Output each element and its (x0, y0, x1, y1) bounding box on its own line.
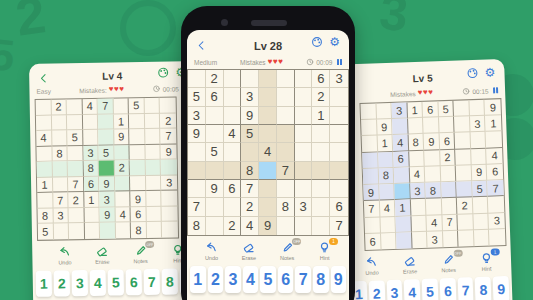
numpad-7[interactable]: 7 (457, 277, 474, 300)
cell-r2c7[interactable] (295, 88, 313, 106)
cell-r2c3[interactable] (67, 115, 83, 131)
cell-r8c8[interactable] (312, 198, 330, 216)
cell-r8c3[interactable] (396, 216, 412, 233)
cell-r3c7[interactable] (455, 133, 471, 150)
cell-r3c1[interactable]: 3 (188, 107, 206, 125)
cell-r8c9[interactable]: 6 (330, 198, 348, 216)
cell-r8c3[interactable] (69, 208, 85, 224)
cell-r8c9[interactable]: 3 (489, 213, 505, 230)
cell-r8c4[interactable] (84, 208, 100, 224)
cell-r4c5[interactable] (259, 125, 277, 143)
cell-r1c7[interactable] (454, 100, 470, 117)
numpad-6[interactable]: 6 (278, 266, 294, 293)
erase-button[interactable]: Erase (95, 245, 110, 265)
cell-r2c2[interactable] (51, 115, 67, 131)
cell-r6c1[interactable]: 1 (37, 177, 53, 193)
cell-r1c4[interactable]: 1 (407, 102, 423, 119)
cell-r5c8[interactable]: 9 (472, 165, 488, 182)
cell-r4c9[interactable] (330, 125, 348, 143)
phone-frame: Lv 28 ⚙ Medium Mistakes ♥♥♥ 00:09 (181, 6, 355, 300)
numpad-5[interactable]: 5 (422, 278, 439, 300)
speaker-slot (251, 20, 287, 26)
cell-r6c6[interactable] (115, 176, 131, 192)
undo-button[interactable]: Undo (205, 241, 218, 261)
cell-r8c5[interactable]: 4 (427, 215, 443, 232)
theme-palette-icon[interactable] (311, 36, 323, 48)
hint-label: Hint (320, 255, 330, 261)
cell-r3c3[interactable] (224, 107, 242, 125)
numpad-8[interactable]: 8 (162, 268, 178, 294)
cell-r6c1[interactable] (188, 162, 206, 180)
cell-r2c1[interactable] (36, 115, 52, 131)
cell-r5c7[interactable] (130, 160, 146, 176)
cell-r1c6[interactable] (277, 70, 295, 88)
cell-r8c6[interactable]: 4 (115, 207, 131, 223)
notes-button[interactable]: NotesOFF (133, 244, 148, 264)
cell-r2c8[interactable]: 3 (470, 116, 486, 133)
cell-r4c9[interactable]: 9 (161, 144, 177, 160)
cell-r6c5[interactable] (259, 162, 277, 180)
cell-r3c8[interactable] (145, 129, 161, 145)
cell-r7c8[interactable] (473, 197, 489, 214)
cell-r7c8[interactable] (146, 191, 162, 207)
cell-r6c4[interactable]: 8 (241, 162, 259, 180)
cell-r4c4[interactable]: 3 (83, 145, 99, 161)
numpad-7[interactable]: 7 (144, 269, 160, 295)
cell-r2c9[interactable]: 1 (485, 115, 501, 132)
cell-r3c9[interactable] (330, 107, 348, 125)
cell-r6c2[interactable] (206, 162, 224, 180)
notes-button[interactable]: NotesOFF (441, 253, 456, 273)
cell-r2c3[interactable] (224, 88, 242, 106)
cell-r4c6[interactable]: 2 (440, 149, 456, 166)
cell-r1c5[interactable]: 7 (98, 99, 114, 115)
cell-r5c5[interactable]: 4 (259, 143, 277, 161)
cell-r5c4[interactable]: 4 (409, 167, 425, 184)
cell-r1c7[interactable] (295, 70, 313, 88)
cell-r5c2[interactable]: 8 (378, 168, 394, 185)
cell-r4c3[interactable]: 6 (393, 151, 409, 168)
cell-r7c7[interactable]: 2 (457, 198, 473, 215)
cell-r7c4[interactable] (411, 199, 427, 216)
numpad-6[interactable]: 6 (440, 278, 457, 300)
cell-r7c5[interactable] (259, 180, 277, 198)
back-chevron-icon[interactable] (196, 37, 207, 48)
numpad-9[interactable]: 9 (493, 276, 510, 300)
cell-r3c5[interactable]: 9 (424, 134, 440, 151)
cell-r4c8[interactable] (312, 125, 330, 143)
cell-r8c3[interactable] (224, 198, 242, 216)
cell-r2c6[interactable] (277, 88, 295, 106)
cell-r7c6[interactable] (277, 180, 295, 198)
hearts-lives: ♥♥♥ (418, 88, 434, 97)
cell-r3c5[interactable] (259, 107, 277, 125)
cell-r9c2[interactable] (206, 217, 224, 235)
cell-r7c3[interactable]: 2 (68, 192, 84, 208)
hint-button[interactable]: Hint1 (318, 241, 331, 261)
cell-r1c1[interactable] (188, 70, 206, 88)
cell-r6c8[interactable]: 5 (472, 181, 488, 198)
cell-r9c1[interactable]: 5 (38, 224, 54, 240)
undo-label: Undo (365, 270, 378, 276)
cell-r3c1[interactable]: 4 (36, 131, 52, 147)
cell-r6c6[interactable] (441, 182, 457, 199)
cell-r8c7[interactable]: 6 (131, 207, 147, 223)
cell-r5c5[interactable] (425, 166, 441, 183)
cell-r7c2[interactable]: 9 (206, 180, 224, 198)
cell-r6c7[interactable] (130, 176, 146, 192)
cell-r9c3[interactable] (396, 232, 412, 249)
cell-r5c6[interactable] (440, 166, 456, 183)
cell-r3c6[interactable]: 9 (114, 129, 130, 145)
cell-r9c1[interactable]: 6 (365, 233, 381, 250)
cell-r6c3[interactable] (394, 183, 410, 200)
cell-r3c8[interactable] (470, 132, 486, 149)
cell-r6c3[interactable]: 7 (68, 177, 84, 193)
theme-palette-icon[interactable] (157, 67, 169, 79)
cell-r8c6[interactable]: 8 (277, 198, 295, 216)
cell-r4c1[interactable]: 9 (188, 125, 206, 143)
cell-r3c9[interactable] (486, 132, 502, 149)
cell-r6c7[interactable] (295, 162, 313, 180)
cell-r2c4[interactable] (83, 114, 99, 130)
cell-r2c6[interactable]: 1 (114, 114, 130, 130)
cell-r4c7[interactable] (455, 149, 471, 166)
cell-r6c7[interactable] (457, 181, 473, 198)
cell-r9c2[interactable] (53, 224, 69, 240)
cell-r4c2[interactable]: 8 (52, 146, 68, 162)
cell-r1c9[interactable]: 3 (330, 70, 348, 88)
cell-r2c8[interactable] (145, 113, 161, 129)
cell-r1c2[interactable] (376, 103, 392, 120)
level-title: Lv 28 (254, 40, 282, 52)
cell-r9c6[interactable] (277, 217, 295, 235)
cell-r8c4[interactable] (411, 215, 427, 232)
cell-r5c9[interactable] (161, 160, 177, 176)
cell-r4c4[interactable]: 5 (241, 125, 259, 143)
numpad-7[interactable]: 7 (295, 266, 311, 293)
cell-r6c4[interactable]: 3 (410, 183, 426, 200)
cell-r8c5[interactable] (259, 198, 277, 216)
cell-r7c3[interactable]: 6 (224, 180, 242, 198)
numpad-right: 123456789 (348, 276, 513, 300)
mistakes-label: Mistakes (390, 90, 416, 98)
cell-r3c3[interactable]: 4 (393, 135, 409, 152)
cell-r7c7[interactable] (295, 180, 313, 198)
cell-r7c1[interactable] (37, 193, 53, 209)
cell-r4c6[interactable] (277, 125, 295, 143)
cell-r6c9[interactable]: 3 (161, 175, 177, 191)
cell-r2c4[interactable]: 3 (241, 88, 259, 106)
cell-r3c4[interactable]: 9 (241, 107, 259, 125)
cell-r1c5[interactable]: 6 (423, 101, 439, 118)
cell-r5c2[interactable] (52, 162, 68, 178)
cell-r4c6[interactable] (114, 145, 130, 161)
cell-r6c2[interactable] (53, 177, 69, 193)
cell-r4c9[interactable]: 4 (487, 148, 503, 165)
cell-r8c7[interactable]: 3 (295, 198, 313, 216)
cell-r7c8[interactable] (312, 180, 330, 198)
pause-button[interactable] (492, 87, 498, 93)
cell-r7c3[interactable]: 1 (395, 200, 411, 217)
numpad-8[interactable]: 8 (313, 266, 329, 293)
cell-r1c2[interactable]: 2 (206, 70, 224, 88)
cell-r4c8[interactable] (471, 148, 487, 165)
cell-r4c5[interactable]: 5 (99, 145, 115, 161)
cell-r6c5[interactable]: 9 (99, 176, 115, 192)
cell-r2c9[interactable] (330, 88, 348, 106)
cell-r3c2[interactable] (206, 107, 224, 125)
cell-r9c5[interactable]: 3 (427, 231, 443, 248)
cell-r7c9[interactable] (162, 191, 178, 207)
cell-r6c3[interactable] (224, 162, 242, 180)
cell-r3c7[interactable] (129, 129, 145, 145)
cell-r9c7[interactable]: 8 (131, 222, 147, 238)
numpad-4[interactable]: 4 (404, 279, 421, 300)
cell-r9c8[interactable] (474, 229, 490, 246)
cell-r1c6[interactable] (113, 98, 129, 114)
cell-r3c8[interactable]: 1 (312, 107, 330, 125)
cell-r5c4[interactable]: 8 (83, 161, 99, 177)
cell-r5c6[interactable] (277, 143, 295, 161)
timer-clock-icon (306, 58, 314, 66)
cell-r4c3[interactable] (68, 146, 84, 162)
cell-r9c3[interactable]: 2 (224, 217, 242, 235)
background-doodle-3: 3 (377, 0, 411, 43)
cell-r6c8[interactable] (146, 175, 162, 191)
cell-r3c4[interactable] (83, 130, 99, 146)
cell-r2c6[interactable] (439, 117, 455, 134)
erase-button[interactable]: Erase (402, 254, 417, 274)
cell-r9c5[interactable] (100, 223, 116, 239)
cell-r4c7[interactable] (130, 145, 146, 161)
cell-r6c8[interactable] (312, 162, 330, 180)
cell-r9c9[interactable] (489, 229, 505, 246)
cell-r2c5[interactable] (259, 88, 277, 106)
numpad-1[interactable]: 1 (190, 266, 206, 293)
cell-r7c2[interactable]: 4 (379, 200, 395, 217)
cell-r9c6[interactable] (443, 230, 459, 247)
cell-r6c5[interactable]: 8 (425, 182, 441, 199)
cell-r2c4[interactable] (408, 118, 424, 135)
cell-r3c6[interactable] (277, 107, 295, 125)
cell-r8c1[interactable] (364, 217, 380, 234)
cell-r7c9[interactable] (330, 180, 348, 198)
cell-r8c9[interactable] (162, 206, 178, 222)
cell-r1c7[interactable]: 5 (129, 98, 145, 114)
cell-r5c4[interactable] (241, 143, 259, 161)
cell-r8c2[interactable] (206, 198, 224, 216)
cell-r8c1[interactable]: 8 (38, 208, 54, 224)
cell-r6c9[interactable]: 7 (488, 180, 504, 197)
cell-r1c3[interactable] (224, 70, 242, 88)
cell-r6c1[interactable]: 9 (363, 185, 379, 202)
cell-r1c8[interactable]: 6 (312, 70, 330, 88)
numpad-2[interactable]: 2 (208, 266, 224, 293)
cell-r5c1[interactable] (363, 168, 379, 185)
cell-r1c1[interactable] (36, 100, 52, 116)
cell-r7c4[interactable]: 1 (84, 192, 100, 208)
undo-button[interactable]: Undo (365, 256, 379, 276)
cell-r7c5[interactable] (426, 199, 442, 216)
cell-r5c2[interactable]: 5 (206, 143, 224, 161)
cell-r4c8[interactable] (145, 144, 161, 160)
cell-r2c2[interactable]: 6 (206, 88, 224, 106)
cell-r4c3[interactable]: 4 (224, 125, 242, 143)
erase-button[interactable]: Erase (242, 241, 256, 261)
cell-r1c9[interactable] (160, 97, 176, 113)
cell-r8c2[interactable] (380, 216, 396, 233)
numpad-2[interactable]: 2 (368, 280, 385, 300)
cell-r9c6[interactable] (116, 223, 132, 239)
cell-r9c4[interactable] (412, 232, 428, 249)
cell-r3c7[interactable] (295, 107, 313, 125)
cell-r2c1[interactable]: 5 (188, 88, 206, 106)
cell-r2c5[interactable] (98, 114, 114, 130)
cell-r9c4[interactable] (84, 223, 100, 239)
cell-r9c8[interactable] (312, 217, 330, 235)
cell-r3c4[interactable]: 8 (408, 134, 424, 151)
cell-r5c3[interactable] (68, 161, 84, 177)
cell-r5c7[interactable] (456, 165, 472, 182)
cell-r1c8[interactable] (144, 98, 160, 114)
cell-r2c3[interactable] (392, 119, 408, 136)
cell-r7c1[interactable]: 7 (364, 201, 380, 218)
numpad-4[interactable]: 4 (90, 270, 106, 296)
cell-r4c7[interactable] (295, 125, 313, 143)
cell-r4c4[interactable] (409, 150, 425, 167)
cell-r9c5[interactable]: 9 (259, 217, 277, 235)
cell-r9c9[interactable]: 7 (330, 217, 348, 235)
numpad-3[interactable]: 3 (386, 280, 403, 300)
cell-r2c2[interactable]: 9 (377, 119, 393, 136)
cell-r1c2[interactable]: 2 (51, 99, 67, 115)
erase-label: Erase (95, 259, 109, 265)
back-chevron-icon[interactable] (38, 70, 49, 81)
numpad-5[interactable]: 5 (108, 269, 124, 295)
theme-palette-icon[interactable] (467, 67, 479, 79)
cell-r5c9[interactable]: 6 (487, 164, 503, 181)
cell-r5c8[interactable] (312, 143, 330, 161)
notes-button[interactable]: NotesOFF (280, 241, 294, 261)
cell-r5c1[interactable] (37, 162, 53, 178)
cell-r1c3[interactable]: 3 (392, 102, 408, 119)
cell-r1c3[interactable] (67, 99, 83, 115)
numpad-5[interactable]: 5 (260, 266, 276, 293)
cell-r1c1[interactable] (360, 103, 376, 120)
cell-r4c5[interactable] (424, 150, 440, 167)
cell-r1c4[interactable] (241, 70, 259, 88)
cell-r6c6[interactable]: 7 (277, 162, 295, 180)
cell-r2c7[interactable] (129, 114, 145, 130)
cell-r1c4[interactable]: 4 (82, 99, 98, 115)
cell-r7c9[interactable] (488, 196, 504, 213)
numpad-3[interactable]: 3 (72, 270, 88, 296)
cell-r9c9[interactable] (162, 222, 178, 238)
cell-r6c9[interactable] (330, 162, 348, 180)
cell-r3c2[interactable]: 1 (377, 135, 393, 152)
cell-r9c4[interactable]: 4 (241, 217, 259, 235)
cell-r3c6[interactable]: 6 (439, 133, 455, 150)
numpad-3[interactable]: 3 (225, 266, 241, 293)
cell-r9c8[interactable] (147, 222, 163, 238)
cell-r4c2[interactable] (206, 125, 224, 143)
background-doodle-2: 2 (12, 0, 49, 48)
cell-r3c1[interactable] (362, 136, 378, 153)
settings-gear-icon[interactable]: ⚙ (329, 36, 340, 48)
cell-r7c2[interactable]: 7 (53, 193, 69, 209)
cell-r5c9[interactable] (330, 143, 348, 161)
cell-r5c7[interactable] (295, 143, 313, 161)
cell-r7c4[interactable]: 7 (241, 180, 259, 198)
cell-r4c2[interactable] (378, 152, 394, 169)
pause-button[interactable] (337, 59, 343, 65)
cell-r7c1[interactable] (188, 180, 206, 198)
cell-r5c1[interactable] (188, 143, 206, 161)
settings-gear-icon[interactable]: ⚙ (484, 66, 495, 78)
cell-r2c1[interactable] (361, 120, 377, 137)
cell-r4c1[interactable] (362, 152, 378, 169)
cell-r2c7[interactable] (454, 116, 470, 133)
cell-r1c6[interactable]: 5 (438, 101, 454, 118)
numpad-8[interactable]: 8 (475, 277, 492, 300)
cell-r6c4[interactable]: 6 (84, 177, 100, 193)
numpad-4[interactable]: 4 (243, 266, 259, 293)
cell-r9c2[interactable] (381, 233, 397, 250)
cell-r7c6[interactable] (442, 198, 458, 215)
cell-r1c8[interactable] (469, 100, 485, 117)
cell-r5c5[interactable] (99, 161, 115, 177)
cell-r8c8[interactable] (473, 213, 489, 230)
hint-button[interactable]: Hint1 (480, 252, 494, 272)
cell-r8c2[interactable]: 3 (53, 208, 69, 224)
cell-r1c9[interactable]: 9 (485, 99, 501, 116)
cell-r5c3[interactable] (394, 167, 410, 184)
cell-r8c1[interactable]: 7 (188, 198, 206, 216)
cell-r9c7[interactable] (295, 217, 313, 235)
cell-r8c5[interactable]: 9 (100, 207, 116, 223)
cell-r1c5[interactable] (259, 70, 277, 88)
undo-button[interactable]: Undo (58, 245, 72, 265)
cell-r2c8[interactable]: 2 (312, 88, 330, 106)
cell-r3c3[interactable]: 5 (67, 130, 83, 146)
cell-r9c7[interactable] (458, 230, 474, 247)
cell-r3c5[interactable] (98, 130, 114, 146)
cell-r4c1[interactable] (36, 146, 52, 162)
cell-r5c6[interactable]: 2 (114, 160, 130, 176)
cell-r8c8[interactable] (146, 207, 162, 223)
cell-r6c2[interactable] (379, 184, 395, 201)
numpad-2[interactable]: 2 (54, 270, 70, 296)
cell-r9c3[interactable] (69, 223, 85, 239)
cell-r9c1[interactable]: 8 (188, 217, 206, 235)
cell-r2c9[interactable]: 2 (160, 113, 176, 129)
cell-r8c7[interactable] (458, 214, 474, 231)
cell-r7c7[interactable]: 9 (131, 191, 147, 207)
cell-r3c9[interactable]: 7 (161, 129, 177, 145)
cell-r7c6[interactable] (115, 192, 131, 208)
cell-r7c5[interactable]: 3 (99, 192, 115, 208)
cell-r8c4[interactable]: 2 (241, 198, 259, 216)
cell-r3c2[interactable] (52, 130, 68, 146)
cell-r5c3[interactable] (224, 143, 242, 161)
cell-r8c6[interactable]: 7 (442, 214, 458, 231)
numpad-1[interactable]: 1 (36, 271, 52, 297)
cell-r5c8[interactable] (146, 160, 162, 176)
numpad-6[interactable]: 6 (126, 269, 142, 295)
cell-r2c5[interactable] (423, 118, 439, 135)
numpad-9[interactable]: 9 (331, 266, 347, 293)
